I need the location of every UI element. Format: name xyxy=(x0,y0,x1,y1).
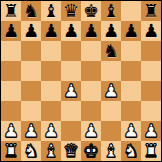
chess-board: ♜♞♝♛♚♝♜♟♟♟♟♟♟♟♟♞♟♟♟♟♟♟♟♟♜♞♝♛♚♝♞♜ xyxy=(0,0,162,162)
piece-white-pawn[interactable]: ♟ xyxy=(43,121,59,141)
square-c6[interactable] xyxy=(41,41,61,61)
piece-white-rook[interactable]: ♜ xyxy=(3,141,19,161)
square-g7[interactable]: ♟ xyxy=(121,21,141,41)
square-h6[interactable] xyxy=(141,41,161,61)
piece-black-pawn[interactable]: ♟ xyxy=(103,21,119,41)
square-b5[interactable] xyxy=(21,61,41,81)
piece-white-king[interactable]: ♚ xyxy=(83,141,99,161)
piece-black-bishop[interactable]: ♝ xyxy=(103,1,119,21)
square-f5[interactable] xyxy=(101,61,121,81)
square-e1[interactable]: ♚ xyxy=(81,141,101,161)
piece-white-knight[interactable]: ♞ xyxy=(123,141,139,161)
piece-black-pawn[interactable]: ♟ xyxy=(63,21,79,41)
square-b8[interactable]: ♞ xyxy=(21,1,41,21)
piece-black-bishop[interactable]: ♝ xyxy=(43,1,59,21)
square-h4[interactable] xyxy=(141,81,161,101)
piece-white-bishop[interactable]: ♝ xyxy=(43,141,59,161)
square-f4[interactable]: ♟ xyxy=(101,81,121,101)
square-f2[interactable] xyxy=(101,121,121,141)
square-h1[interactable]: ♜ xyxy=(141,141,161,161)
piece-black-pawn[interactable]: ♟ xyxy=(43,21,59,41)
piece-white-pawn[interactable]: ♟ xyxy=(63,81,79,101)
square-a3[interactable] xyxy=(1,101,21,121)
square-c3[interactable] xyxy=(41,101,61,121)
piece-black-pawn[interactable]: ♟ xyxy=(23,21,39,41)
square-b7[interactable]: ♟ xyxy=(21,21,41,41)
square-e3[interactable] xyxy=(81,101,101,121)
square-d8[interactable]: ♛ xyxy=(61,1,81,21)
square-g2[interactable]: ♟ xyxy=(121,121,141,141)
square-c8[interactable]: ♝ xyxy=(41,1,61,21)
square-e5[interactable] xyxy=(81,61,101,81)
square-h8[interactable]: ♜ xyxy=(141,1,161,21)
piece-black-knight[interactable]: ♞ xyxy=(103,41,119,61)
square-c7[interactable]: ♟ xyxy=(41,21,61,41)
square-f6[interactable]: ♞ xyxy=(101,41,121,61)
square-d1[interactable]: ♛ xyxy=(61,141,81,161)
piece-white-pawn[interactable]: ♟ xyxy=(143,121,159,141)
square-g8[interactable] xyxy=(121,1,141,21)
piece-black-knight[interactable]: ♞ xyxy=(23,1,39,21)
square-b1[interactable]: ♞ xyxy=(21,141,41,161)
square-b2[interactable]: ♟ xyxy=(21,121,41,141)
square-a6[interactable] xyxy=(1,41,21,61)
square-a2[interactable]: ♟ xyxy=(1,121,21,141)
piece-white-pawn[interactable]: ♟ xyxy=(23,121,39,141)
square-a1[interactable]: ♜ xyxy=(1,141,21,161)
square-g1[interactable]: ♞ xyxy=(121,141,141,161)
square-g3[interactable] xyxy=(121,101,141,121)
square-c5[interactable] xyxy=(41,61,61,81)
piece-black-rook[interactable]: ♜ xyxy=(143,1,159,21)
square-c2[interactable]: ♟ xyxy=(41,121,61,141)
piece-black-pawn[interactable]: ♟ xyxy=(123,21,139,41)
square-d6[interactable] xyxy=(61,41,81,61)
square-f7[interactable]: ♟ xyxy=(101,21,121,41)
square-h3[interactable] xyxy=(141,101,161,121)
square-b6[interactable] xyxy=(21,41,41,61)
piece-white-pawn[interactable]: ♟ xyxy=(123,121,139,141)
square-e6[interactable] xyxy=(81,41,101,61)
piece-white-knight[interactable]: ♞ xyxy=(23,141,39,161)
square-d4[interactable]: ♟ xyxy=(61,81,81,101)
square-a8[interactable]: ♜ xyxy=(1,1,21,21)
square-e8[interactable]: ♚ xyxy=(81,1,101,21)
square-d3[interactable] xyxy=(61,101,81,121)
square-e7[interactable]: ♟ xyxy=(81,21,101,41)
piece-black-king[interactable]: ♚ xyxy=(83,1,99,21)
square-d5[interactable] xyxy=(61,61,81,81)
square-d7[interactable]: ♟ xyxy=(61,21,81,41)
piece-white-pawn[interactable]: ♟ xyxy=(103,81,119,101)
square-h7[interactable]: ♟ xyxy=(141,21,161,41)
square-g6[interactable] xyxy=(121,41,141,61)
piece-white-queen[interactable]: ♛ xyxy=(63,141,79,161)
square-a5[interactable] xyxy=(1,61,21,81)
square-a4[interactable] xyxy=(1,81,21,101)
piece-black-queen[interactable]: ♛ xyxy=(63,1,79,21)
square-f1[interactable]: ♝ xyxy=(101,141,121,161)
square-b4[interactable] xyxy=(21,81,41,101)
square-c4[interactable] xyxy=(41,81,61,101)
piece-white-rook[interactable]: ♜ xyxy=(143,141,159,161)
piece-black-rook[interactable]: ♜ xyxy=(3,1,19,21)
square-a7[interactable]: ♟ xyxy=(1,21,21,41)
square-g5[interactable] xyxy=(121,61,141,81)
square-e4[interactable] xyxy=(81,81,101,101)
piece-black-pawn[interactable]: ♟ xyxy=(3,21,19,41)
piece-white-pawn[interactable]: ♟ xyxy=(83,121,99,141)
square-e2[interactable]: ♟ xyxy=(81,121,101,141)
square-h5[interactable] xyxy=(141,61,161,81)
square-h2[interactable]: ♟ xyxy=(141,121,161,141)
piece-white-pawn[interactable]: ♟ xyxy=(3,121,19,141)
piece-black-pawn[interactable]: ♟ xyxy=(143,21,159,41)
square-f8[interactable]: ♝ xyxy=(101,1,121,21)
square-d2[interactable] xyxy=(61,121,81,141)
square-c1[interactable]: ♝ xyxy=(41,141,61,161)
piece-white-bishop[interactable]: ♝ xyxy=(103,141,119,161)
square-b3[interactable] xyxy=(21,101,41,121)
chess-board-window: ♜♞♝♛♚♝♜♟♟♟♟♟♟♟♟♞♟♟♟♟♟♟♟♟♜♞♝♛♚♝♞♜ xyxy=(0,0,162,162)
piece-black-pawn[interactable]: ♟ xyxy=(83,21,99,41)
square-g4[interactable] xyxy=(121,81,141,101)
square-f3[interactable] xyxy=(101,101,121,121)
